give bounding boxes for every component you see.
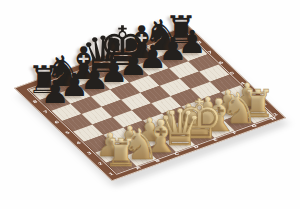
chess-set-photo: ♜♞♝♛♚♝♞♜♟♟♟♟♟♟♟♟♟♟♟♟♟♟♟♟♜♞♝♛♚♝♞♜ AA11BB2…: [0, 0, 300, 209]
rank-label-left-4: 4: [75, 141, 82, 145]
piece-white-rook[interactable]: ♜: [104, 134, 138, 172]
square-a7[interactable]: ♟: [40, 93, 71, 111]
board-grid: ♜♞♝♛♚♝♞♜♟♟♟♟♟♟♟♟♟♟♟♟♟♟♟♟♜♞♝♛♚♝♞♜: [29, 33, 273, 173]
rank-label-left-5: 5: [65, 131, 72, 135]
rank-label-left-3: 3: [86, 151, 93, 155]
board-plane: ♜♞♝♛♚♝♞♜♟♟♟♟♟♟♟♟♟♟♟♟♟♟♟♟♜♞♝♛♚♝♞♜ AA11BB2…: [14, 25, 286, 181]
chess-board: ♜♞♝♛♚♝♞♜♟♟♟♟♟♟♟♟♟♟♟♟♟♟♟♟♜♞♝♛♚♝♞♜ AA11BB2…: [14, 25, 286, 181]
square-a1[interactable]: ♜: [106, 156, 137, 174]
piece-black-pawn[interactable]: ♟: [41, 76, 70, 108]
rank-label-left-6: 6: [54, 120, 61, 124]
